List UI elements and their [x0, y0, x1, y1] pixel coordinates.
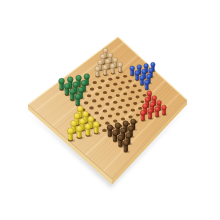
- hole[interactable]: [103, 109, 107, 112]
- hole[interactable]: [118, 88, 122, 91]
- peg-head: [144, 80, 149, 85]
- hole[interactable]: [123, 92, 127, 95]
- peg-head: [155, 107, 160, 112]
- hole[interactable]: [111, 89, 115, 92]
- peg-head: [123, 140, 129, 146]
- peg-head: [112, 130, 118, 136]
- peg-head: [108, 53, 113, 58]
- hole[interactable]: [108, 96, 112, 99]
- peg-head: [140, 75, 145, 80]
- hole[interactable]: [126, 86, 130, 89]
- hole[interactable]: [93, 81, 97, 84]
- peg-head: [76, 126, 82, 132]
- hole[interactable]: [113, 120, 117, 123]
- peg-head: [100, 54, 105, 59]
- peg-head: [67, 128, 73, 134]
- hole[interactable]: [113, 101, 117, 104]
- hole[interactable]: [138, 89, 142, 92]
- peg-head: [98, 60, 103, 65]
- hole[interactable]: [128, 97, 132, 100]
- hole[interactable]: [100, 98, 104, 101]
- peg-head: [81, 80, 87, 86]
- hole[interactable]: [97, 104, 101, 107]
- hole[interactable]: [95, 93, 99, 96]
- peg-head: [74, 113, 80, 119]
- hole[interactable]: [138, 107, 142, 110]
- hole[interactable]: [126, 104, 130, 107]
- peg-head: [120, 128, 126, 134]
- peg-head: [79, 118, 85, 124]
- hole[interactable]: [108, 114, 112, 117]
- hole[interactable]: [123, 75, 127, 78]
- peg-head: [135, 71, 140, 76]
- hole[interactable]: [136, 96, 140, 99]
- peg-head: [128, 126, 134, 132]
- peg-head: [95, 66, 100, 71]
- peg-head: [78, 87, 84, 93]
- hole[interactable]: [106, 84, 110, 87]
- peg-head: [113, 58, 118, 63]
- peg-head: [137, 65, 142, 70]
- hole[interactable]: [116, 94, 120, 97]
- hole[interactable]: [133, 102, 137, 105]
- hole[interactable]: [116, 76, 120, 79]
- peg-head: [145, 97, 150, 102]
- peg-head: [118, 135, 124, 141]
- peg-head: [83, 111, 89, 117]
- peg-head: [151, 62, 155, 66]
- hole[interactable]: [103, 91, 107, 94]
- peg-head: [103, 48, 108, 53]
- peg-head: [152, 96, 157, 101]
- hole[interactable]: [121, 99, 125, 102]
- hole[interactable]: [101, 79, 105, 82]
- hole[interactable]: [90, 88, 94, 91]
- peg-head: [115, 123, 121, 129]
- hole[interactable]: [92, 99, 96, 102]
- hole[interactable]: [128, 80, 132, 83]
- hole[interactable]: [108, 78, 112, 81]
- hole[interactable]: [131, 109, 135, 112]
- peg-head: [105, 59, 110, 64]
- peg-head: [162, 105, 167, 110]
- peg-head: [143, 104, 148, 109]
- peg-head: [85, 124, 91, 130]
- hole[interactable]: [121, 117, 125, 120]
- peg-head: [69, 89, 75, 95]
- peg-head: [59, 78, 65, 84]
- peg-head: [142, 69, 147, 74]
- peg-head: [77, 106, 83, 112]
- hole[interactable]: [111, 108, 115, 111]
- hole[interactable]: [116, 113, 120, 116]
- peg-head: [75, 94, 81, 100]
- peg-head: [150, 102, 155, 107]
- hole[interactable]: [89, 106, 94, 109]
- hole[interactable]: [84, 101, 89, 104]
- peg-head: [140, 110, 145, 115]
- hole[interactable]: [136, 114, 140, 117]
- hole[interactable]: [113, 83, 117, 86]
- hole[interactable]: [131, 91, 135, 94]
- hole[interactable]: [87, 94, 91, 97]
- peg-head: [103, 65, 108, 70]
- hole[interactable]: [140, 100, 144, 103]
- peg-head: [71, 120, 77, 126]
- hole[interactable]: [100, 117, 104, 120]
- peg-head: [131, 119, 136, 124]
- peg-head: [148, 109, 153, 114]
- peg-head: [93, 122, 99, 128]
- chinese-checkers-board: [0, 0, 220, 220]
- peg-head: [76, 75, 82, 81]
- peg-head: [64, 83, 70, 89]
- hole[interactable]: [98, 86, 102, 89]
- hole[interactable]: [121, 81, 125, 84]
- hole[interactable]: [102, 129, 107, 132]
- peg-head: [130, 66, 135, 71]
- hole[interactable]: [123, 111, 127, 114]
- peg-head: [73, 82, 79, 88]
- peg-head: [123, 121, 129, 127]
- peg-head: [67, 77, 73, 83]
- peg-head: [107, 125, 113, 131]
- peg-head: [146, 74, 151, 79]
- hole[interactable]: [118, 106, 122, 109]
- hole[interactable]: [105, 103, 109, 106]
- peg-head: [144, 64, 149, 69]
- hole[interactable]: [105, 122, 109, 125]
- peg-head: [147, 91, 152, 96]
- hole[interactable]: [128, 116, 132, 119]
- hole[interactable]: [133, 85, 137, 88]
- peg-head: [118, 62, 123, 67]
- peg-head: [157, 100, 162, 105]
- hole[interactable]: [143, 94, 147, 97]
- peg-head: [110, 64, 115, 69]
- product-photo-canvas: [0, 0, 220, 220]
- peg-head: [88, 116, 94, 122]
- peg-head: [84, 74, 89, 79]
- peg-head: [125, 133, 131, 139]
- peg-head: [149, 68, 154, 73]
- hole[interactable]: [94, 111, 99, 114]
